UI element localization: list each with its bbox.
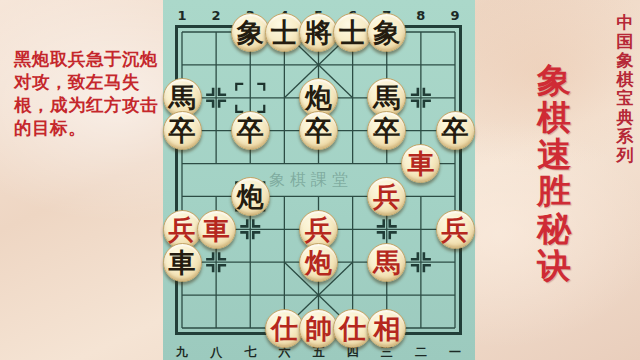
file-label-bottom: 二 — [411, 344, 431, 360]
video-frame: 123456789 九八七六五四三二一 象棋課堂 象士將士象馬炮馬卒卒卒卒卒車炮… — [0, 0, 640, 360]
star-point-marker — [206, 101, 213, 108]
title-char: 速 — [533, 136, 575, 173]
board-watermark: 象棋課堂 — [269, 170, 365, 191]
title-char: 棋 — [533, 99, 575, 136]
star-point-marker — [424, 88, 431, 95]
title-char: 胜 — [533, 173, 575, 210]
file-label-top: 1 — [172, 8, 192, 23]
title-char: 中 — [612, 13, 638, 32]
red-elephant-piece[interactable]: 相 — [367, 309, 406, 348]
star-point-marker — [219, 101, 226, 108]
star-point-marker — [253, 232, 260, 239]
title-char: 国 — [612, 32, 638, 51]
star-point-marker — [377, 232, 384, 239]
last-move-marker — [236, 105, 243, 112]
title-char: 象 — [612, 51, 638, 70]
star-point-marker — [206, 252, 213, 259]
star-point-marker — [219, 88, 226, 95]
star-point-marker — [240, 219, 247, 226]
title-char: 诀 — [533, 247, 575, 284]
star-point-marker — [424, 265, 431, 272]
star-point-marker — [390, 232, 397, 239]
red-soldier-piece[interactable]: 兵 — [436, 210, 475, 249]
red-cannon-piece[interactable]: 炮 — [299, 243, 338, 282]
star-point-marker — [377, 219, 384, 226]
file-label-top: 9 — [445, 8, 465, 23]
star-point-marker — [411, 265, 418, 272]
title-char: 典 — [612, 108, 638, 127]
black-cannon-piece[interactable]: 炮 — [231, 177, 270, 216]
last-move-marker — [236, 84, 243, 91]
title-char: 列 — [612, 146, 638, 165]
black-soldier-piece[interactable]: 卒 — [163, 111, 202, 150]
star-point-marker — [253, 219, 260, 226]
black-chariot-piece[interactable]: 車 — [163, 243, 202, 282]
black-elephant-piece[interactable]: 象 — [231, 13, 270, 52]
title-char: 秘 — [533, 210, 575, 247]
star-point-marker — [424, 101, 431, 108]
file-label-top: 8 — [411, 8, 431, 23]
last-move-marker — [257, 84, 264, 91]
black-elephant-piece[interactable]: 象 — [367, 13, 406, 52]
series-title: 中国象棋宝典系列 — [612, 13, 638, 165]
commentary-text: 黑炮取兵急于沉炮 对攻，致左马失 根，成为红方攻击 的目标。 — [14, 48, 166, 140]
star-point-marker — [424, 252, 431, 259]
star-point-marker — [206, 265, 213, 272]
file-label-bottom: 九 — [172, 344, 192, 360]
red-chariot-piece[interactable]: 車 — [197, 210, 236, 249]
file-label-bottom: 七 — [240, 344, 260, 360]
star-point-marker — [219, 265, 226, 272]
star-point-marker — [390, 219, 397, 226]
last-move-marker — [257, 105, 264, 112]
file-label-bottom: 八 — [206, 344, 226, 360]
star-point-marker — [411, 252, 418, 259]
title-char: 系 — [612, 127, 638, 146]
black-soldier-piece[interactable]: 卒 — [231, 111, 270, 150]
black-soldier-piece[interactable]: 卒 — [299, 111, 338, 150]
black-soldier-piece[interactable]: 卒 — [436, 111, 475, 150]
star-point-marker — [219, 252, 226, 259]
star-point-marker — [206, 88, 213, 95]
star-point-marker — [411, 88, 418, 95]
main-title: 象棋速胜秘诀 — [533, 62, 575, 284]
red-soldier-piece[interactable]: 兵 — [367, 177, 406, 216]
star-point-marker — [411, 101, 418, 108]
red-horse-piece[interactable]: 馬 — [367, 243, 406, 282]
title-char: 宝 — [612, 89, 638, 108]
file-label-bottom: 一 — [445, 344, 465, 360]
file-label-top: 2 — [206, 8, 226, 23]
title-char: 棋 — [612, 70, 638, 89]
title-char: 象 — [533, 62, 575, 99]
star-point-marker — [240, 232, 247, 239]
